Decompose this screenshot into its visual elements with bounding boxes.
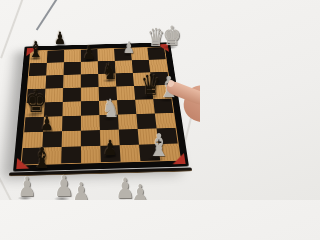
piece-white-pawn-captured-1: ♟ xyxy=(18,173,37,200)
pieces-layer: ♟♛♚♝♟♟♞♛♝♚♟♞♝♟♝♟♟♟♟♟ xyxy=(0,0,200,200)
piece-black-knight-e6[interactable]: ♞ xyxy=(102,61,117,83)
piece-white-pawn-f7[interactable]: ♟ xyxy=(123,40,134,56)
piece-black-pawn-d7[interactable]: ♟ xyxy=(83,44,96,62)
piece-black-bishop-a7[interactable]: ♝ xyxy=(28,39,43,61)
piece-white-queen-g8[interactable]: ♛ xyxy=(147,25,164,50)
piece-black-bishop-b1[interactable]: ♝ xyxy=(32,144,52,173)
piece-black-pawn-b8[interactable]: ♟ xyxy=(54,30,66,47)
piece-black-pawn-b3[interactable]: ♟ xyxy=(40,114,53,133)
piece-white-bishop-h5[interactable]: ♝ xyxy=(159,73,179,102)
floor-background: ♟♛♚♝♟♟♞♛♝♚♟♞♝♟♝♟♟♟♟♟ xyxy=(0,0,200,200)
piece-white-knight-e3[interactable]: ♞ xyxy=(102,96,119,121)
piece-white-pawn-captured-3: ♟ xyxy=(72,179,90,200)
piece-white-bishop-g1[interactable]: ♝ xyxy=(148,130,170,161)
piece-white-king-h8[interactable]: ♚ xyxy=(163,22,182,49)
piece-white-pawn-captured-5: ♟ xyxy=(131,181,149,200)
piece-black-pawn-e1[interactable]: ♟ xyxy=(103,138,118,159)
